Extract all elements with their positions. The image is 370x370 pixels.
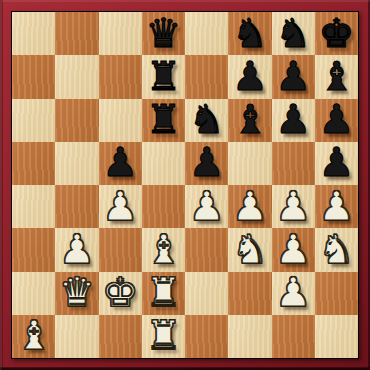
square-e1[interactable]	[185, 315, 228, 358]
black-knight-f8[interactable]: ♞	[232, 13, 268, 53]
square-b4[interactable]	[55, 185, 98, 228]
square-g2[interactable]: ♟	[272, 272, 315, 315]
white-knight-h3[interactable]: ♞	[318, 229, 354, 269]
black-pawn-g7[interactable]: ♟	[275, 56, 311, 96]
white-bishop-d3[interactable]: ♝	[145, 229, 181, 269]
square-c5[interactable]: ♟	[99, 142, 142, 185]
square-h1[interactable]	[315, 315, 358, 358]
square-d2[interactable]: ♜	[142, 272, 185, 315]
white-king-c2[interactable]: ♚	[102, 272, 138, 312]
square-e8[interactable]	[185, 12, 228, 55]
black-pawn-h5[interactable]: ♟	[318, 142, 354, 182]
square-b5[interactable]	[55, 142, 98, 185]
black-pawn-h6[interactable]: ♟	[318, 99, 354, 139]
square-c4[interactable]: ♟	[99, 185, 142, 228]
square-d4[interactable]	[142, 185, 185, 228]
square-b8[interactable]	[55, 12, 98, 55]
white-pawn-c4[interactable]: ♟	[102, 186, 138, 226]
black-pawn-c5[interactable]: ♟	[102, 142, 138, 182]
square-f5[interactable]	[228, 142, 271, 185]
square-g8[interactable]: ♞	[272, 12, 315, 55]
square-e2[interactable]	[185, 272, 228, 315]
square-a1[interactable]: ♝	[12, 315, 55, 358]
square-f2[interactable]	[228, 272, 271, 315]
black-knight-g8[interactable]: ♞	[275, 13, 311, 53]
white-pawn-h4[interactable]: ♟	[318, 186, 354, 226]
square-a4[interactable]	[12, 185, 55, 228]
white-pawn-f4[interactable]: ♟	[232, 186, 268, 226]
square-e7[interactable]	[185, 55, 228, 98]
square-f6[interactable]: ♝	[228, 99, 271, 142]
square-f1[interactable]	[228, 315, 271, 358]
white-pawn-e4[interactable]: ♟	[189, 186, 225, 226]
square-h7[interactable]: ♝	[315, 55, 358, 98]
square-b3[interactable]: ♟	[55, 228, 98, 271]
square-f7[interactable]: ♟	[228, 55, 271, 98]
white-queen-b2[interactable]: ♛	[59, 272, 95, 312]
black-rook-d7[interactable]: ♜	[145, 56, 181, 96]
black-queen-d8[interactable]: ♛	[145, 13, 181, 53]
square-e3[interactable]	[185, 228, 228, 271]
black-pawn-f7[interactable]: ♟	[232, 56, 268, 96]
white-knight-f3[interactable]: ♞	[232, 229, 268, 269]
square-b1[interactable]	[55, 315, 98, 358]
white-rook-d1[interactable]: ♜	[145, 315, 181, 355]
white-pawn-b3[interactable]: ♟	[59, 229, 95, 269]
square-d8[interactable]: ♛	[142, 12, 185, 55]
chess-board: ♛♞♞♚♜♟♟♝♜♞♝♟♟♟♟♟♟♟♟♟♟♟♝♞♟♞♛♚♜♟♝♜	[11, 11, 359, 359]
square-d3[interactable]: ♝	[142, 228, 185, 271]
square-g4[interactable]: ♟	[272, 185, 315, 228]
square-e4[interactable]: ♟	[185, 185, 228, 228]
white-bishop-a1[interactable]: ♝	[16, 315, 52, 355]
black-rook-d6[interactable]: ♜	[145, 99, 181, 139]
black-bishop-f6[interactable]: ♝	[232, 99, 268, 139]
square-e5[interactable]: ♟	[185, 142, 228, 185]
square-f4[interactable]: ♟	[228, 185, 271, 228]
square-b2[interactable]: ♛	[55, 272, 98, 315]
board-frame: ♛♞♞♚♜♟♟♝♜♞♝♟♟♟♟♟♟♟♟♟♟♟♝♞♟♞♛♚♜♟♝♜	[0, 0, 370, 370]
square-f8[interactable]: ♞	[228, 12, 271, 55]
black-knight-e6[interactable]: ♞	[189, 99, 225, 139]
black-king-h8[interactable]: ♚	[318, 13, 354, 53]
square-a3[interactable]	[12, 228, 55, 271]
square-g5[interactable]	[272, 142, 315, 185]
square-a2[interactable]	[12, 272, 55, 315]
square-a5[interactable]	[12, 142, 55, 185]
square-c2[interactable]: ♚	[99, 272, 142, 315]
square-h3[interactable]: ♞	[315, 228, 358, 271]
square-h8[interactable]: ♚	[315, 12, 358, 55]
square-g3[interactable]: ♟	[272, 228, 315, 271]
white-pawn-g4[interactable]: ♟	[275, 186, 311, 226]
square-g6[interactable]: ♟	[272, 99, 315, 142]
square-c7[interactable]	[99, 55, 142, 98]
square-e6[interactable]: ♞	[185, 99, 228, 142]
square-a6[interactable]	[12, 99, 55, 142]
square-h2[interactable]	[315, 272, 358, 315]
square-a8[interactable]	[12, 12, 55, 55]
black-pawn-g6[interactable]: ♟	[275, 99, 311, 139]
black-pawn-e5[interactable]: ♟	[189, 142, 225, 182]
square-f3[interactable]: ♞	[228, 228, 271, 271]
white-rook-d2[interactable]: ♜	[145, 272, 181, 312]
square-d5[interactable]	[142, 142, 185, 185]
white-pawn-g2[interactable]: ♟	[275, 272, 311, 312]
square-h5[interactable]: ♟	[315, 142, 358, 185]
black-bishop-h7[interactable]: ♝	[318, 56, 354, 96]
square-g1[interactable]	[272, 315, 315, 358]
square-c8[interactable]	[99, 12, 142, 55]
white-pawn-g3[interactable]: ♟	[275, 229, 311, 269]
square-d7[interactable]: ♜	[142, 55, 185, 98]
square-d1[interactable]: ♜	[142, 315, 185, 358]
square-g7[interactable]: ♟	[272, 55, 315, 98]
square-a7[interactable]	[12, 55, 55, 98]
square-c6[interactable]	[99, 99, 142, 142]
square-c1[interactable]	[99, 315, 142, 358]
square-b7[interactable]	[55, 55, 98, 98]
square-d6[interactable]: ♜	[142, 99, 185, 142]
square-h4[interactable]: ♟	[315, 185, 358, 228]
square-b6[interactable]	[55, 99, 98, 142]
square-c3[interactable]	[99, 228, 142, 271]
square-h6[interactable]: ♟	[315, 99, 358, 142]
